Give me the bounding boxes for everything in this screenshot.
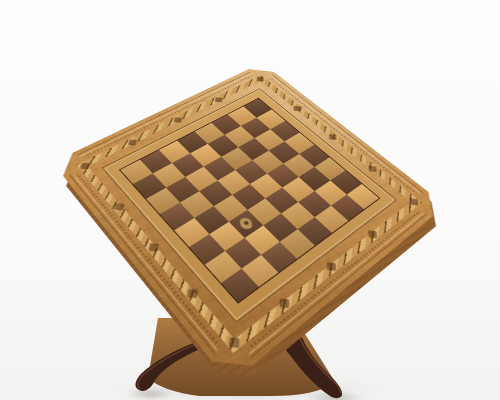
band-motif-inlay	[148, 243, 159, 251]
band-motif-inlay	[293, 106, 300, 111]
band-motif-inlay	[80, 163, 90, 170]
band-motif-inlay	[368, 230, 377, 238]
band-motif-inlay	[280, 298, 290, 308]
band-motif-inlay	[128, 139, 137, 145]
band-motif-inlay	[187, 288, 198, 298]
band-motif-inlay	[409, 198, 418, 205]
motif-inlay	[238, 217, 254, 231]
band-motif-inlay	[229, 337, 240, 348]
band-motif-inlay	[368, 165, 376, 171]
band-motif-inlay	[215, 97, 223, 102]
scene	[0, 0, 500, 400]
band-motif-inlay	[257, 77, 264, 82]
band-motif-inlay	[114, 203, 124, 211]
band-motif-inlay	[329, 134, 336, 140]
band-motif-inlay	[174, 117, 182, 123]
band-motif-inlay	[327, 262, 336, 271]
